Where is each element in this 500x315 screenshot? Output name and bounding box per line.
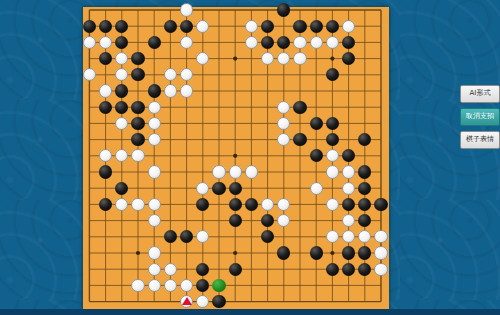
star-point	[233, 57, 237, 61]
white-stone	[326, 165, 339, 178]
white-stone	[245, 36, 258, 49]
black-stone	[293, 101, 306, 114]
white-stone	[83, 36, 96, 49]
star-point	[330, 251, 334, 255]
white-stone	[131, 198, 144, 211]
white-stone	[310, 182, 323, 195]
black-stone	[83, 20, 96, 33]
app-window: { "game": "go", "board": { "size": 19, "…	[0, 0, 500, 315]
white-stone	[212, 165, 225, 178]
black-stone	[374, 198, 387, 211]
white-stone	[326, 198, 339, 211]
black-stone	[131, 117, 144, 130]
black-stone	[131, 52, 144, 65]
black-stone	[229, 214, 242, 227]
black-stone	[326, 20, 339, 33]
white-stone	[245, 20, 258, 33]
white-stone	[148, 198, 161, 211]
star-point	[330, 57, 334, 61]
black-stone	[99, 165, 112, 178]
black-stone	[115, 84, 128, 97]
black-stone	[326, 263, 339, 276]
black-stone	[212, 182, 225, 195]
white-stone	[164, 279, 177, 292]
black-stone	[261, 20, 274, 33]
white-stone	[99, 84, 112, 97]
white-stone	[164, 263, 177, 276]
white-stone	[164, 84, 177, 97]
black-stone	[310, 117, 323, 130]
white-stone	[148, 117, 161, 130]
white-stone	[293, 52, 306, 65]
black-stone	[342, 246, 355, 259]
black-stone	[342, 263, 355, 276]
white-stone	[374, 230, 387, 243]
black-stone	[293, 20, 306, 33]
white-stone	[374, 246, 387, 259]
black-stone	[277, 246, 290, 259]
white-stone	[131, 149, 144, 162]
black-stone	[358, 165, 371, 178]
white-stone	[148, 246, 161, 259]
black-stone	[131, 101, 144, 114]
white-stone	[180, 84, 193, 97]
ai-mode-button[interactable]: AI形式	[460, 85, 500, 103]
white-stone	[148, 133, 161, 146]
white-stone	[293, 36, 306, 49]
white-stone	[148, 263, 161, 276]
black-stone	[229, 198, 242, 211]
black-stone	[99, 20, 112, 33]
black-stone	[293, 133, 306, 146]
star-point	[233, 154, 237, 158]
black-stone	[326, 117, 339, 130]
white-stone	[326, 36, 339, 49]
white-stone	[342, 20, 355, 33]
black-stone	[131, 68, 144, 81]
go-board[interactable]	[83, 7, 389, 310]
white-stone	[180, 3, 193, 16]
black-stone	[229, 182, 242, 195]
black-stone	[148, 36, 161, 49]
black-stone	[229, 263, 242, 276]
white-stone	[131, 279, 144, 292]
white-stone	[148, 101, 161, 114]
white-stone	[148, 165, 161, 178]
white-stone	[148, 214, 161, 227]
window-bottom-edge	[0, 309, 500, 315]
white-stone	[342, 182, 355, 195]
white-stone	[148, 279, 161, 292]
last-move-triangle-marker	[182, 297, 192, 305]
white-stone	[310, 36, 323, 49]
green-suggestion-stone	[212, 279, 225, 292]
black-stone	[358, 246, 371, 259]
black-stone	[99, 101, 112, 114]
white-stone	[374, 263, 387, 276]
black-stone	[212, 295, 225, 308]
black-stone	[148, 84, 161, 97]
black-stone	[310, 20, 323, 33]
white-stone	[342, 165, 355, 178]
star-point	[136, 251, 140, 255]
star-point	[233, 251, 237, 255]
white-stone	[245, 165, 258, 178]
black-stone	[180, 20, 193, 33]
piece-style-button[interactable]: 棋子表情	[460, 131, 500, 149]
white-stone	[229, 165, 242, 178]
black-stone	[310, 246, 323, 259]
black-stone	[164, 20, 177, 33]
black-stone	[131, 133, 144, 146]
cancel-hint-button[interactable]: 取消支招	[460, 108, 500, 126]
black-stone	[245, 198, 258, 211]
black-stone	[277, 3, 290, 16]
